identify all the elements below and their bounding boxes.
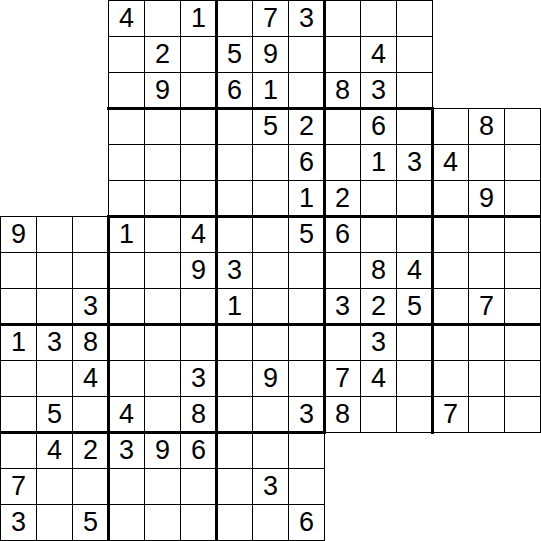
cell-empty-r11c11[interactable] <box>396 396 433 433</box>
cell-given-r6c9: 6 <box>324 216 361 253</box>
cell-empty-r6c12[interactable] <box>432 216 469 253</box>
cell-given-r8c11: 5 <box>396 288 433 325</box>
cell-empty-r9c4[interactable] <box>144 324 181 361</box>
cell-empty-r3c4[interactable] <box>144 108 181 145</box>
cell-given-r11c9: 8 <box>324 396 361 433</box>
cell-given-r3c13: 8 <box>468 108 505 145</box>
cell-given-r3c10: 6 <box>360 108 397 145</box>
cell-empty-r5c4[interactable] <box>144 180 181 217</box>
cell-empty-r10c4[interactable] <box>144 360 181 397</box>
cell-empty-r13c8[interactable] <box>288 468 325 505</box>
cell-empty-r1c3[interactable] <box>108 36 145 73</box>
cell-empty-r14c1[interactable] <box>36 504 73 541</box>
cell-empty-r5c12[interactable] <box>432 180 469 217</box>
cell-given-r12c4: 9 <box>144 432 181 469</box>
cell-empty-r3c5[interactable] <box>180 108 217 145</box>
cell-empty-r7c12[interactable] <box>432 252 469 289</box>
cell-empty-r11c14[interactable] <box>504 396 541 433</box>
cell-empty-r8c1[interactable] <box>36 288 73 325</box>
cell-empty-r14c6[interactable] <box>216 504 253 541</box>
cell-empty-r11c13[interactable] <box>468 396 505 433</box>
box-border-line <box>431 107 434 434</box>
cell-given-r6c5: 4 <box>180 216 217 253</box>
cell-empty-r4c4[interactable] <box>144 144 181 181</box>
cell-empty-r11c7[interactable] <box>252 396 289 433</box>
cell-given-r4c10: 1 <box>360 144 397 181</box>
cell-empty-r9c11[interactable] <box>396 324 433 361</box>
cell-empty-r13c6[interactable] <box>216 468 253 505</box>
cell-empty-r4c14[interactable] <box>504 144 541 181</box>
cell-given-r0c7: 7 <box>252 0 289 37</box>
cell-empty-r3c9[interactable] <box>324 108 361 145</box>
cell-empty-r0c9[interactable] <box>324 0 361 37</box>
cell-given-r12c3: 3 <box>108 432 145 469</box>
cell-empty-r3c6[interactable] <box>216 108 253 145</box>
cell-given-r11c5: 8 <box>180 396 217 433</box>
cell-empty-r8c0[interactable] <box>0 288 37 325</box>
cell-empty-r9c6[interactable] <box>216 324 253 361</box>
cell-given-r8c6: 1 <box>216 288 253 325</box>
cell-empty-r1c9[interactable] <box>324 36 361 73</box>
cell-empty-r11c6[interactable] <box>216 396 253 433</box>
cell-empty-r14c7[interactable] <box>252 504 289 541</box>
cell-empty-r10c8[interactable] <box>288 360 325 397</box>
cell-given-r9c0: 1 <box>0 324 37 361</box>
cell-empty-r11c10[interactable] <box>360 396 397 433</box>
cell-given-r14c8: 6 <box>288 504 325 541</box>
cell-empty-r13c4[interactable] <box>144 468 181 505</box>
cell-given-r13c0: 7 <box>0 468 37 505</box>
cell-empty-r8c3[interactable] <box>108 288 145 325</box>
cell-given-r8c9: 3 <box>324 288 361 325</box>
cell-empty-r10c1[interactable] <box>36 360 73 397</box>
cell-empty-r10c14[interactable] <box>504 360 541 397</box>
cell-empty-r9c14[interactable] <box>504 324 541 361</box>
cell-given-r7c5: 9 <box>180 252 217 289</box>
cell-given-r0c8: 3 <box>288 0 325 37</box>
cell-empty-r7c8[interactable] <box>288 252 325 289</box>
cell-given-r14c2: 5 <box>72 504 109 541</box>
cell-empty-r7c1[interactable] <box>36 252 73 289</box>
cell-given-r0c3: 4 <box>108 0 145 37</box>
cell-empty-r4c7[interactable] <box>252 144 289 181</box>
cell-given-r8c2: 3 <box>72 288 109 325</box>
cell-given-r7c10: 8 <box>360 252 397 289</box>
cell-empty-r10c6[interactable] <box>216 360 253 397</box>
cell-empty-r6c1[interactable] <box>36 216 73 253</box>
cell-empty-r5c3[interactable] <box>108 180 145 217</box>
cell-empty-r4c9[interactable] <box>324 144 361 181</box>
cell-empty-r2c3[interactable] <box>108 72 145 109</box>
cell-empty-r4c13[interactable] <box>468 144 505 181</box>
cell-given-r6c8: 5 <box>288 216 325 253</box>
cell-empty-r2c8[interactable] <box>288 72 325 109</box>
cell-empty-r6c2[interactable] <box>72 216 109 253</box>
cell-given-r11c1: 5 <box>36 396 73 433</box>
cell-empty-r9c7[interactable] <box>252 324 289 361</box>
cell-empty-r6c14[interactable] <box>504 216 541 253</box>
box-border-line <box>107 107 434 110</box>
cell-empty-r13c2[interactable] <box>72 468 109 505</box>
cell-given-r1c4: 2 <box>144 36 181 73</box>
cell-given-r11c8: 3 <box>288 396 325 433</box>
cell-given-r2c6: 6 <box>216 72 253 109</box>
box-border-line <box>107 215 110 541</box>
cell-empty-r7c13[interactable] <box>468 252 505 289</box>
cell-given-r3c8: 2 <box>288 108 325 145</box>
cell-given-r12c2: 2 <box>72 432 109 469</box>
cell-empty-r8c4[interactable] <box>144 288 181 325</box>
cell-empty-r14c4[interactable] <box>144 504 181 541</box>
cell-empty-r9c3[interactable] <box>108 324 145 361</box>
cell-given-r12c5: 6 <box>180 432 217 469</box>
cell-empty-r5c14[interactable] <box>504 180 541 217</box>
cell-empty-r10c0[interactable] <box>0 360 37 397</box>
cell-given-r2c4: 9 <box>144 72 181 109</box>
cell-given-r5c8: 1 <box>288 180 325 217</box>
cell-empty-r10c12[interactable] <box>432 360 469 397</box>
cell-empty-r12c7[interactable] <box>252 432 289 469</box>
cell-empty-r1c5[interactable] <box>180 36 217 73</box>
cell-empty-r10c11[interactable] <box>396 360 433 397</box>
cell-empty-r11c4[interactable] <box>144 396 181 433</box>
box-border-line <box>0 431 326 434</box>
cell-given-r8c13: 7 <box>468 288 505 325</box>
box-border-line <box>215 0 218 541</box>
cell-given-r8c10: 2 <box>360 288 397 325</box>
cell-empty-r4c5[interactable] <box>180 144 217 181</box>
cell-given-r6c0: 9 <box>0 216 37 253</box>
cell-given-r10c7: 9 <box>252 360 289 397</box>
cell-given-r10c9: 7 <box>324 360 361 397</box>
box-border-line <box>0 323 541 326</box>
cell-empty-r9c12[interactable] <box>432 324 469 361</box>
cell-given-r1c10: 4 <box>360 36 397 73</box>
cell-given-r4c12: 4 <box>432 144 469 181</box>
cell-empty-r7c7[interactable] <box>252 252 289 289</box>
cell-empty-r8c5[interactable] <box>180 288 217 325</box>
cell-empty-r5c5[interactable] <box>180 180 217 217</box>
cell-empty-r6c10[interactable] <box>360 216 397 253</box>
cell-empty-r10c3[interactable] <box>108 360 145 397</box>
cell-empty-r3c14[interactable] <box>504 108 541 145</box>
cell-empty-r13c5[interactable] <box>180 468 217 505</box>
cell-given-r10c5: 3 <box>180 360 217 397</box>
cell-given-r2c10: 3 <box>360 72 397 109</box>
cell-given-r13c7: 3 <box>252 468 289 505</box>
cell-empty-r9c8[interactable] <box>288 324 325 361</box>
cell-given-r3c7: 5 <box>252 108 289 145</box>
cell-empty-r12c0[interactable] <box>0 432 37 469</box>
cell-empty-r12c8[interactable] <box>288 432 325 469</box>
cell-empty-r7c9[interactable] <box>324 252 361 289</box>
cell-empty-r0c11[interactable] <box>396 0 433 37</box>
cell-empty-r8c14[interactable] <box>504 288 541 325</box>
cell-empty-r4c6[interactable] <box>216 144 253 181</box>
cell-empty-r6c11[interactable] <box>396 216 433 253</box>
cell-empty-r1c11[interactable] <box>396 36 433 73</box>
cell-empty-r3c3[interactable] <box>108 108 145 145</box>
cell-empty-r6c13[interactable] <box>468 216 505 253</box>
sudoku-board: 4173259496183526861341299145693843132571… <box>0 0 541 541</box>
cell-given-r10c10: 4 <box>360 360 397 397</box>
cell-empty-r3c11[interactable] <box>396 108 433 145</box>
cell-given-r9c10: 3 <box>360 324 397 361</box>
cell-given-r5c13: 9 <box>468 180 505 217</box>
cell-empty-r13c3[interactable] <box>108 468 145 505</box>
cell-empty-r10c13[interactable] <box>468 360 505 397</box>
cell-empty-r2c5[interactable] <box>180 72 217 109</box>
cell-empty-r14c3[interactable] <box>108 504 145 541</box>
cell-empty-r0c10[interactable] <box>360 0 397 37</box>
cell-empty-r7c3[interactable] <box>108 252 145 289</box>
cell-given-r9c2: 8 <box>72 324 109 361</box>
cell-given-r1c6: 5 <box>216 36 253 73</box>
cell-empty-r7c0[interactable] <box>0 252 37 289</box>
cell-empty-r6c4[interactable] <box>144 216 181 253</box>
cell-empty-r7c14[interactable] <box>504 252 541 289</box>
cell-given-r5c9: 2 <box>324 180 361 217</box>
cell-empty-r14c5[interactable] <box>180 504 217 541</box>
cell-empty-r5c11[interactable] <box>396 180 433 217</box>
cell-empty-r0c4[interactable] <box>144 0 181 37</box>
cell-empty-r13c1[interactable] <box>36 468 73 505</box>
cell-empty-r6c7[interactable] <box>252 216 289 253</box>
cell-empty-r7c4[interactable] <box>144 252 181 289</box>
cell-empty-r9c5[interactable] <box>180 324 217 361</box>
cell-empty-r8c12[interactable] <box>432 288 469 325</box>
cell-empty-r8c8[interactable] <box>288 288 325 325</box>
cell-given-r6c3: 1 <box>108 216 145 253</box>
cell-empty-r11c0[interactable] <box>0 396 37 433</box>
cell-empty-r9c9[interactable] <box>324 324 361 361</box>
cell-empty-r7c2[interactable] <box>72 252 109 289</box>
cell-given-r4c11: 3 <box>396 144 433 181</box>
cell-empty-r3c12[interactable] <box>432 108 469 145</box>
cell-empty-r5c6[interactable] <box>216 180 253 217</box>
cell-empty-r9c13[interactable] <box>468 324 505 361</box>
cell-given-r11c12: 7 <box>432 396 469 433</box>
cell-given-r7c6: 3 <box>216 252 253 289</box>
box-border-line <box>107 215 541 218</box>
cell-given-r1c7: 9 <box>252 36 289 73</box>
cell-given-r2c9: 8 <box>324 72 361 109</box>
cell-empty-r8c7[interactable] <box>252 288 289 325</box>
cell-empty-r2c11[interactable] <box>396 72 433 109</box>
cell-given-r12c1: 4 <box>36 432 73 469</box>
cell-given-r4c8: 6 <box>288 144 325 181</box>
cell-given-r11c3: 4 <box>108 396 145 433</box>
cell-empty-r12c6[interactable] <box>216 432 253 469</box>
cell-given-r0c5: 1 <box>180 0 217 37</box>
cell-given-r10c2: 4 <box>72 360 109 397</box>
cell-empty-r11c2[interactable] <box>72 396 109 433</box>
cell-empty-r0c6[interactable] <box>216 0 253 37</box>
cell-given-r9c1: 3 <box>36 324 73 361</box>
cell-empty-r5c10[interactable] <box>360 180 397 217</box>
cell-empty-r4c3[interactable] <box>108 144 145 181</box>
cell-empty-r6c6[interactable] <box>216 216 253 253</box>
cell-given-r14c0: 3 <box>0 504 37 541</box>
cell-given-r2c7: 1 <box>252 72 289 109</box>
cell-given-r7c11: 4 <box>396 252 433 289</box>
cell-empty-r5c7[interactable] <box>252 180 289 217</box>
cell-empty-r1c8[interactable] <box>288 36 325 73</box>
